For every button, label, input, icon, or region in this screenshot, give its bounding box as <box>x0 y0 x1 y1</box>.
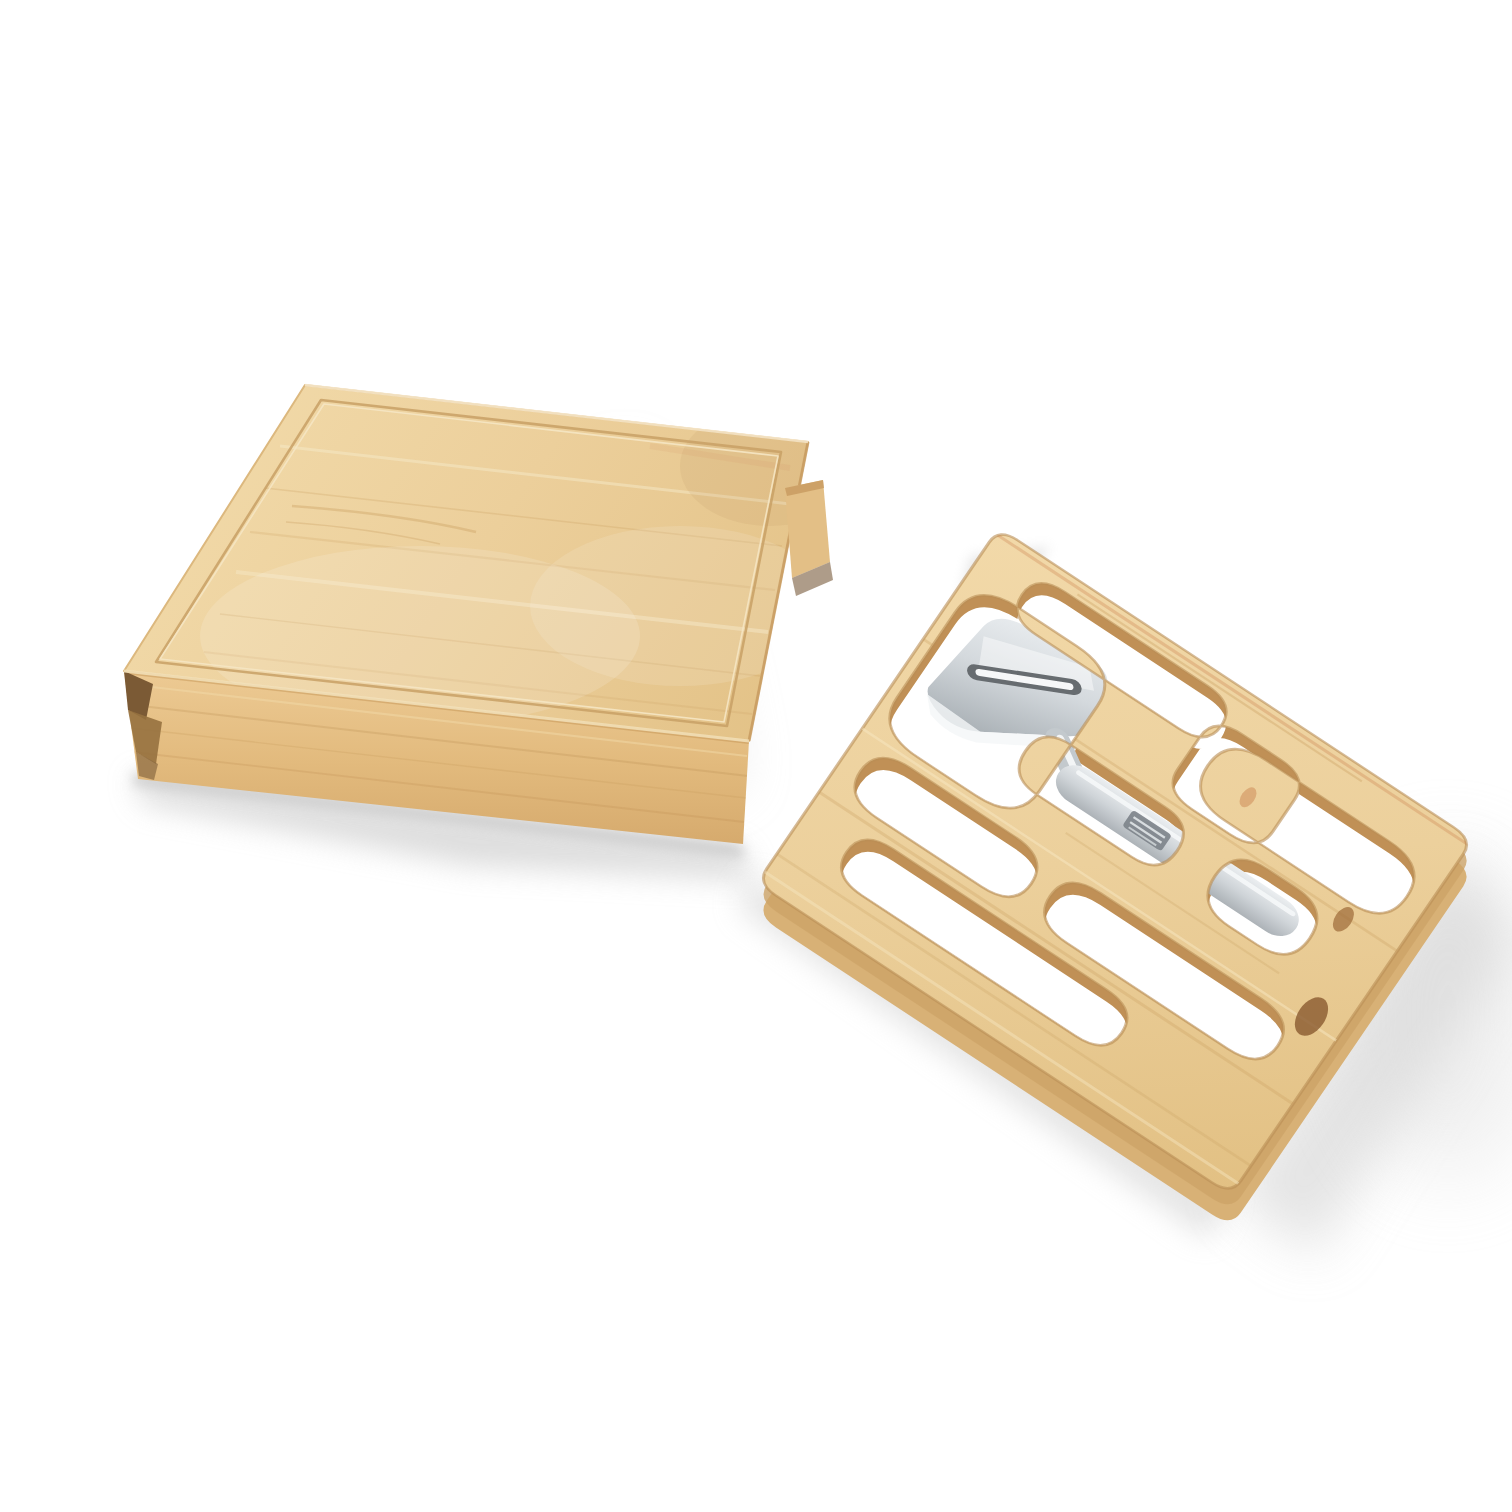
scene-canvas <box>40 16 1512 1512</box>
product-photo <box>40 16 1512 1512</box>
